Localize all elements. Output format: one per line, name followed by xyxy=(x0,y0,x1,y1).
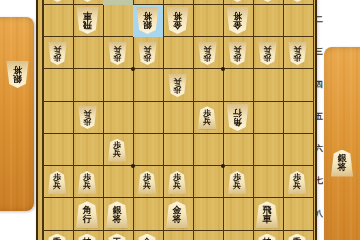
piece-kanji-top: 金 xyxy=(233,21,242,30)
piece-sente-pawn[interactable]: 歩兵 xyxy=(48,171,67,194)
piece-kanji-bottom: 兵 xyxy=(53,182,61,190)
hoshi-point xyxy=(131,67,135,71)
piece-kanji-bottom: 兵 xyxy=(233,182,241,190)
piece-kanji-top: 歩 xyxy=(83,118,91,126)
piece-kanji-top: 歩 xyxy=(173,85,181,93)
rank-label-4: 四 xyxy=(314,81,324,89)
piece-kanji-top: 歩 xyxy=(263,53,271,61)
piece-sente-pawn[interactable]: 歩兵 xyxy=(228,171,247,194)
piece-kanji-top: 歩 xyxy=(233,53,241,61)
piece-kanji-bottom: 兵 xyxy=(293,45,301,53)
highlight-square-from xyxy=(103,0,133,5)
shogi-app-window: 一二三四五六七八九 香車桂馬王将桂馬香車飛車銀将金将金将歩兵歩兵歩兵歩兵歩兵歩兵… xyxy=(0,0,360,240)
rank-label-8: 八 xyxy=(314,210,324,218)
piece-kanji-bottom: 兵 xyxy=(173,77,181,85)
piece-sente-pawn[interactable]: 歩兵 xyxy=(138,171,157,194)
piece-kanji-bottom: 将 xyxy=(13,65,22,74)
piece-kanji-bottom: 兵 xyxy=(233,45,241,53)
piece-kanji-bottom: 兵 xyxy=(293,182,301,190)
piece-kanji-bottom: 兵 xyxy=(83,110,91,118)
piece-kanji-bottom: 車 xyxy=(263,215,272,224)
piece-kanji-bottom: 将 xyxy=(173,215,182,224)
piece-kanji-top: 銀 xyxy=(143,21,152,30)
piece-kanji-top: 銀 xyxy=(13,74,22,83)
rank-label-2: 二 xyxy=(314,16,324,24)
piece-sente-pawn[interactable]: 歩兵 xyxy=(288,171,307,194)
piece-kanji-bottom: 兵 xyxy=(113,45,121,53)
piece-kanji-bottom: 将 xyxy=(338,163,347,172)
piece-kanji-top: 歩 xyxy=(143,53,151,61)
piece-kanji-top: 歩 xyxy=(203,53,211,61)
piece-kanji-bottom: 兵 xyxy=(143,45,151,53)
piece-kanji-top: 歩 xyxy=(293,53,301,61)
piece-sente-pawn[interactable]: 歩兵 xyxy=(168,171,187,194)
piece-kanji-top: 金 xyxy=(173,21,182,30)
piece-sente-rook[interactable]: 飛車 xyxy=(256,201,279,228)
gote-komadai-stand xyxy=(0,17,34,211)
piece-sente-pawn[interactable]: 歩兵 xyxy=(198,106,217,129)
rank-label-6: 六 xyxy=(314,145,324,153)
piece-kanji-top: 歩 xyxy=(113,53,121,61)
piece-kanji-bottom: 兵 xyxy=(143,182,151,190)
piece-kanji-bottom: 行 xyxy=(83,215,92,224)
rank-label-3: 三 xyxy=(314,48,324,56)
piece-kanji-bottom: 兵 xyxy=(203,45,211,53)
piece-sente-silver[interactable]: 銀将 xyxy=(106,201,129,228)
hoshi-point xyxy=(131,164,135,168)
piece-kanji-bottom: 将 xyxy=(143,12,152,21)
piece-kanji-bottom: 兵 xyxy=(263,45,271,53)
piece-kanji-bottom: 将 xyxy=(233,12,242,21)
sente-komadai-stand xyxy=(324,47,360,240)
piece-kanji-bottom: 兵 xyxy=(83,182,91,190)
piece-kanji-bottom: 兵 xyxy=(173,182,181,190)
piece-sente-pawn[interactable]: 歩兵 xyxy=(78,171,97,194)
hoshi-point xyxy=(221,164,225,168)
piece-kanji-bottom: 兵 xyxy=(113,150,121,158)
piece-sente-bishop[interactable]: 角行 xyxy=(76,201,99,228)
piece-kanji-top: 歩 xyxy=(53,53,61,61)
piece-sente-silver[interactable]: 銀将 xyxy=(331,150,354,177)
piece-kanji-bottom: 兵 xyxy=(53,45,61,53)
piece-kanji-bottom: 行 xyxy=(233,109,242,118)
piece-kanji-top: 飛 xyxy=(83,21,92,30)
piece-kanji-bottom: 将 xyxy=(113,215,122,224)
rank-label-5: 五 xyxy=(314,113,324,121)
piece-kanji-bottom: 将 xyxy=(173,12,182,21)
hoshi-point xyxy=(221,67,225,71)
piece-kanji-bottom: 兵 xyxy=(203,118,211,126)
piece-kanji-bottom: 車 xyxy=(83,12,92,21)
piece-sente-pawn[interactable]: 歩兵 xyxy=(108,139,127,162)
piece-sente-gold[interactable]: 金将 xyxy=(166,201,189,228)
piece-kanji-top: 角 xyxy=(233,118,242,127)
rank-label-7: 七 xyxy=(314,177,324,185)
